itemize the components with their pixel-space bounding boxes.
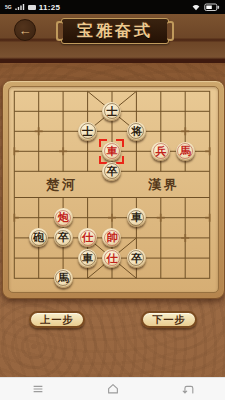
piece-label: 兵 bbox=[155, 146, 166, 157]
pieces-layer: 士士将車兵馬卒炮車砲卒仕帥車仕卒馬 bbox=[3, 81, 224, 298]
nav-menu-button[interactable] bbox=[0, 382, 75, 396]
piece-red-e2[interactable]: 仕 bbox=[102, 249, 121, 268]
piece-label: 炮 bbox=[58, 212, 69, 223]
piece-label: 仕 bbox=[82, 232, 93, 243]
piece-black-e9[interactable]: 士 bbox=[102, 102, 121, 121]
piece-black-c3[interactable]: 卒 bbox=[54, 228, 73, 247]
piece-label: 卒 bbox=[131, 253, 142, 264]
piece-red-g7[interactable]: 兵 bbox=[151, 142, 170, 161]
piece-label: 馬 bbox=[180, 146, 191, 157]
piece-label: 卒 bbox=[106, 166, 117, 177]
piece-label: 車 bbox=[131, 212, 142, 223]
piece-label: 将 bbox=[131, 126, 142, 137]
piece-label: 車 bbox=[82, 253, 93, 264]
wifi-icon bbox=[191, 3, 201, 11]
page-title: 宝雅奋式 bbox=[77, 21, 153, 42]
piece-black-e6[interactable]: 卒 bbox=[102, 162, 121, 181]
piece-black-d8[interactable]: 士 bbox=[78, 122, 97, 141]
piece-label: 卒 bbox=[58, 232, 69, 243]
piece-red-e7[interactable]: 車 bbox=[102, 142, 121, 161]
piece-label: 士 bbox=[82, 126, 93, 137]
menu-icon bbox=[31, 382, 45, 396]
volte-icon bbox=[28, 5, 36, 10]
back-button[interactable]: ← bbox=[14, 19, 36, 41]
piece-red-c4[interactable]: 炮 bbox=[54, 208, 73, 227]
battery-icon bbox=[204, 3, 220, 12]
signal-icon bbox=[15, 3, 25, 11]
piece-red-h7[interactable]: 馬 bbox=[176, 142, 195, 161]
piece-black-f2[interactable]: 卒 bbox=[127, 249, 146, 268]
status-bar: 5G 11:25 bbox=[0, 0, 225, 14]
piece-black-f8[interactable]: 将 bbox=[127, 122, 146, 141]
next-step-button[interactable]: 下一步 bbox=[141, 311, 197, 328]
home-icon bbox=[106, 382, 120, 396]
back-icon bbox=[181, 382, 195, 396]
piece-red-d3[interactable]: 仕 bbox=[78, 228, 97, 247]
piece-label: 士 bbox=[106, 106, 117, 117]
prev-step-button[interactable]: 上一步 bbox=[29, 311, 85, 328]
time-text: 11:25 bbox=[39, 3, 61, 12]
piece-label: 砲 bbox=[33, 232, 44, 243]
xiangqi-board[interactable]: 楚河 漢界 士士将車兵馬卒炮車砲卒仕帥車仕卒馬 bbox=[2, 80, 225, 299]
header-bar: ← 宝雅奋式 bbox=[0, 14, 225, 63]
network-label: 5G bbox=[5, 5, 12, 10]
nav-bar bbox=[0, 377, 225, 400]
piece-label: 仕 bbox=[106, 253, 117, 264]
back-arrow-icon: ← bbox=[19, 23, 32, 36]
piece-black-f4[interactable]: 車 bbox=[127, 208, 146, 227]
piece-red-e3[interactable]: 帥 bbox=[102, 228, 121, 247]
title-plaque: 宝雅奋式 bbox=[61, 18, 169, 44]
piece-black-c1[interactable]: 馬 bbox=[54, 269, 73, 288]
piece-black-d2[interactable]: 車 bbox=[78, 249, 97, 268]
nav-back-button[interactable] bbox=[150, 382, 225, 396]
piece-label: 車 bbox=[106, 146, 117, 157]
piece-label: 帥 bbox=[106, 232, 117, 243]
nav-home-button[interactable] bbox=[75, 382, 150, 396]
piece-label: 馬 bbox=[58, 273, 69, 284]
piece-black-b3[interactable]: 砲 bbox=[29, 228, 48, 247]
